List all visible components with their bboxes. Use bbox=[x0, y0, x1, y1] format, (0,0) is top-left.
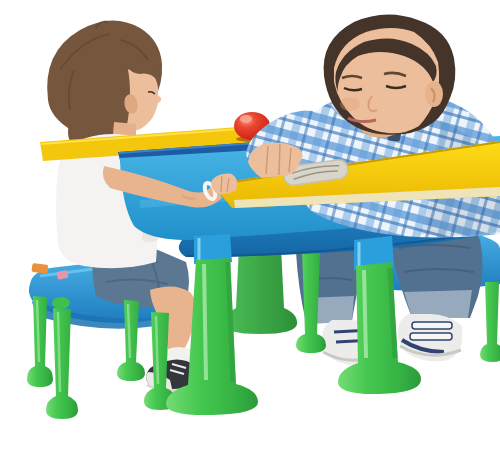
left-stool-plug bbox=[52, 297, 70, 309]
boy-jeans-cuff-right bbox=[404, 290, 472, 318]
table-leg-sheen bbox=[364, 270, 366, 358]
girl-head bbox=[47, 20, 162, 151]
red-ball-highlight bbox=[240, 115, 252, 123]
photo-canvas bbox=[0, 0, 500, 453]
orange-toy-piece bbox=[31, 263, 48, 274]
scene-illustration bbox=[0, 0, 500, 453]
stool-leg bbox=[480, 282, 500, 362]
table-leg-sheen bbox=[204, 264, 206, 380]
